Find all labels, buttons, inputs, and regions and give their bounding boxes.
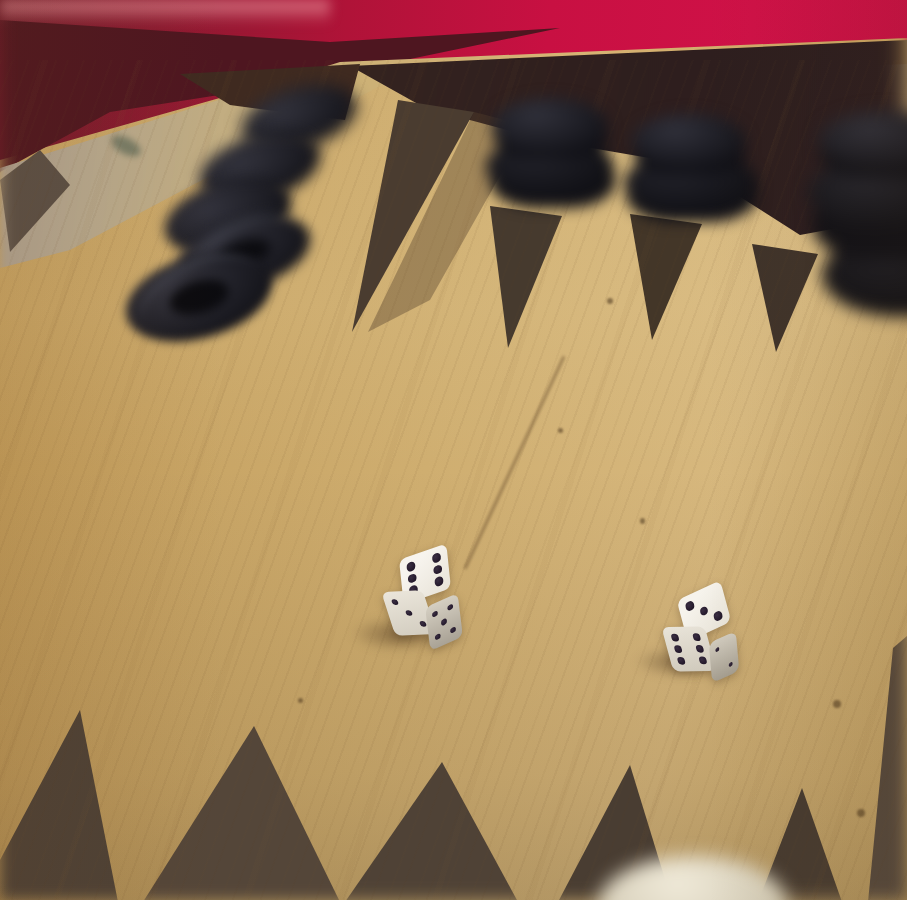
die-pip [408,572,417,584]
die-pip [723,664,727,670]
die-pip [420,568,429,580]
wood-crack [463,355,565,569]
black-checker-stack-a[interactable] [478,92,628,252]
die-pip [449,615,455,622]
die-pip [702,616,712,628]
wood-speck [857,809,865,817]
die-pip [717,667,721,673]
die-pip [432,610,438,617]
die-pip [440,607,446,614]
black-checker-stack-b[interactable] [616,104,776,264]
die-pip [713,610,723,622]
die-pip [721,644,725,650]
die-pip [447,604,453,611]
die-pip [699,605,709,617]
die-pip [441,618,447,625]
die-pip [434,575,443,587]
wood-speck [558,428,563,433]
wood-speck [607,298,613,304]
rail-mark [108,131,144,160]
die-pip [688,657,697,664]
lid-top-highlight [0,0,330,24]
left-die-side-face [425,593,463,651]
black-checker-stack-c[interactable] [760,105,907,345]
die-pip [696,595,706,607]
die-pip [695,645,704,652]
die-pip [433,564,442,576]
die-pip [408,621,417,628]
left-die[interactable] [388,549,468,657]
die-pip [419,557,428,569]
die-pip [670,634,679,641]
die-pip [432,552,441,564]
wood-speck [833,700,841,708]
black-checker [492,98,608,154]
backgammon-board-photo [0,0,907,900]
die-pip [727,642,731,648]
die-pip [699,657,708,664]
die-pip [411,598,420,605]
die-pip [716,657,720,663]
die-pip [685,600,695,612]
die-pip [415,609,424,616]
wood-speck [640,518,645,524]
die-pip [391,599,400,606]
die-pip [407,561,416,573]
die-pip [398,622,407,629]
die-pip [405,610,414,617]
die-pip [692,634,701,641]
black-checker [632,114,746,168]
white-checker[interactable] [598,856,788,900]
die-pip [673,646,682,653]
wood-speck [298,698,303,703]
die-pip [688,610,698,622]
right-die-side-face [709,631,740,683]
die-pip [708,589,718,601]
die-pip [450,626,456,633]
die-pip [715,647,719,653]
die-pip [728,652,732,658]
die-pip [394,610,403,617]
die-pip [684,646,693,653]
right-die[interactable] [666,588,746,690]
die-pip [422,580,431,592]
die-pip [435,633,441,640]
die-pip [434,622,440,629]
die-pip [711,600,721,612]
die-pip [401,598,410,605]
die-pip [681,634,690,641]
die-pip [722,654,726,660]
die-pip [677,657,686,664]
die-pip [729,662,733,668]
die-pip [443,630,449,637]
